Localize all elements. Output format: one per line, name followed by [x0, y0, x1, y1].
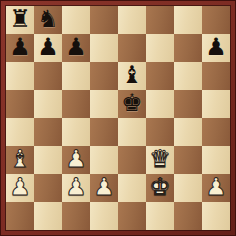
- square-g7[interactable]: [174, 34, 202, 62]
- piece-black-king[interactable]: ♚: [121, 90, 143, 117]
- square-f8[interactable]: [146, 6, 174, 34]
- piece-white-pawn[interactable]: ♟: [93, 174, 115, 201]
- square-c1[interactable]: [62, 202, 90, 230]
- square-e3[interactable]: [118, 146, 146, 174]
- square-a5[interactable]: [6, 90, 34, 118]
- piece-white-pawn[interactable]: ♟: [205, 174, 227, 201]
- square-a8[interactable]: ♜: [6, 6, 34, 34]
- piece-black-pawn[interactable]: ♟: [9, 34, 31, 61]
- square-b8[interactable]: ♞: [34, 6, 62, 34]
- square-c4[interactable]: [62, 118, 90, 146]
- square-a6[interactable]: [6, 62, 34, 90]
- piece-white-bishop[interactable]: ♝: [9, 146, 31, 173]
- square-a7[interactable]: ♟: [6, 34, 34, 62]
- square-e6[interactable]: ♝: [118, 62, 146, 90]
- square-e1[interactable]: [118, 202, 146, 230]
- square-g1[interactable]: [174, 202, 202, 230]
- square-c6[interactable]: [62, 62, 90, 90]
- square-h5[interactable]: [202, 90, 230, 118]
- square-e5[interactable]: ♚: [118, 90, 146, 118]
- square-h1[interactable]: [202, 202, 230, 230]
- piece-white-pawn[interactable]: ♟: [65, 146, 87, 173]
- square-g6[interactable]: [174, 62, 202, 90]
- square-g3[interactable]: [174, 146, 202, 174]
- square-e8[interactable]: [118, 6, 146, 34]
- square-e2[interactable]: [118, 174, 146, 202]
- square-b1[interactable]: [34, 202, 62, 230]
- square-g2[interactable]: [174, 174, 202, 202]
- square-f2[interactable]: ♚: [146, 174, 174, 202]
- square-d7[interactable]: [90, 34, 118, 62]
- square-d1[interactable]: [90, 202, 118, 230]
- square-a4[interactable]: [6, 118, 34, 146]
- square-h3[interactable]: [202, 146, 230, 174]
- square-b7[interactable]: ♟: [34, 34, 62, 62]
- square-c2[interactable]: ♟: [62, 174, 90, 202]
- piece-white-queen[interactable]: ♛: [149, 146, 171, 173]
- board-frame: ♜♞♟♟♟♟♝♚♝♟♛♟♟♟♚♟: [0, 0, 236, 236]
- square-d4[interactable]: [90, 118, 118, 146]
- square-e4[interactable]: [118, 118, 146, 146]
- piece-black-pawn[interactable]: ♟: [65, 34, 87, 61]
- piece-white-king[interactable]: ♚: [149, 174, 171, 201]
- square-d8[interactable]: [90, 6, 118, 34]
- square-f3[interactable]: ♛: [146, 146, 174, 174]
- square-a2[interactable]: ♟: [6, 174, 34, 202]
- square-a3[interactable]: ♝: [6, 146, 34, 174]
- piece-black-rook[interactable]: ♜: [9, 6, 31, 33]
- square-h4[interactable]: [202, 118, 230, 146]
- square-b5[interactable]: [34, 90, 62, 118]
- square-b2[interactable]: [34, 174, 62, 202]
- chess-board: ♜♞♟♟♟♟♝♚♝♟♛♟♟♟♚♟: [6, 6, 230, 230]
- piece-white-pawn[interactable]: ♟: [65, 174, 87, 201]
- square-c3[interactable]: ♟: [62, 146, 90, 174]
- square-c7[interactable]: ♟: [62, 34, 90, 62]
- square-c8[interactable]: [62, 6, 90, 34]
- square-c5[interactable]: [62, 90, 90, 118]
- square-d6[interactable]: [90, 62, 118, 90]
- piece-black-pawn[interactable]: ♟: [37, 34, 59, 61]
- square-h6[interactable]: [202, 62, 230, 90]
- square-g5[interactable]: [174, 90, 202, 118]
- square-f4[interactable]: [146, 118, 174, 146]
- square-b3[interactable]: [34, 146, 62, 174]
- square-h2[interactable]: ♟: [202, 174, 230, 202]
- square-f1[interactable]: [146, 202, 174, 230]
- square-f5[interactable]: [146, 90, 174, 118]
- square-e7[interactable]: [118, 34, 146, 62]
- piece-black-pawn[interactable]: ♟: [205, 34, 227, 61]
- square-a1[interactable]: [6, 202, 34, 230]
- square-b6[interactable]: [34, 62, 62, 90]
- piece-white-pawn[interactable]: ♟: [9, 174, 31, 201]
- square-g4[interactable]: [174, 118, 202, 146]
- square-d3[interactable]: [90, 146, 118, 174]
- square-h8[interactable]: [202, 6, 230, 34]
- square-f6[interactable]: [146, 62, 174, 90]
- piece-black-bishop[interactable]: ♝: [121, 62, 143, 89]
- square-g8[interactable]: [174, 6, 202, 34]
- square-f7[interactable]: [146, 34, 174, 62]
- square-b4[interactable]: [34, 118, 62, 146]
- piece-black-knight[interactable]: ♞: [37, 6, 59, 33]
- square-h7[interactable]: ♟: [202, 34, 230, 62]
- square-d5[interactable]: [90, 90, 118, 118]
- square-d2[interactable]: ♟: [90, 174, 118, 202]
